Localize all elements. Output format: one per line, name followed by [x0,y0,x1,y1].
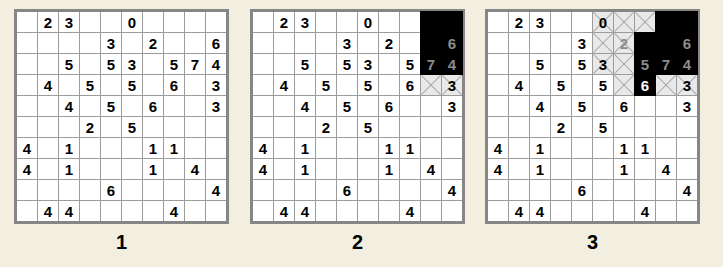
board2-cell-r4c1 [253,75,273,95]
board1-cell-r10c6 [122,201,142,221]
board3-cell-r8c2 [509,159,529,179]
clue-digit: 4 [23,162,31,177]
board1-cell-r7c7: 1 [143,138,163,158]
board1-cell-r1c8 [164,12,184,32]
board3-cell-r5c9 [656,96,676,116]
board1-cell-r1c2: 2 [38,12,58,32]
board1-cell-r2c4 [80,33,100,53]
board2-cell-r2c8 [400,33,420,53]
board3-cell-r7c9 [656,138,676,158]
board1-cell-r10c1 [17,201,37,221]
board2-cell-r1c3: 3 [295,12,315,32]
board-1-grid: 230326553574455634563254111411464444 [14,9,229,224]
board3-cell-r6c7 [614,117,634,137]
board2-cell-r6c10 [442,117,462,137]
board2-cell-r2c2 [274,33,294,53]
board3-cell-r5c4 [551,96,571,116]
board3-cell-r6c2 [509,117,529,137]
board3-cell-r8c4 [551,159,571,179]
board2-cell-r6c9 [421,117,441,137]
board2-cell-r3c9: 7 [421,54,441,74]
board3-cell-r1c6: 0 [593,12,613,32]
board1-cell-r7c5 [101,138,121,158]
board3-cell-r3c1 [488,54,508,74]
clue-digit: 0 [364,15,372,30]
clue-digit: 3 [301,15,309,30]
board1-cell-r1c3: 3 [59,12,79,32]
clue-digit: 4 [448,183,456,198]
board2-cell-r2c1 [253,33,273,53]
board3-cell-r5c10: 3 [677,96,697,116]
board1-cell-r3c10: 4 [206,54,226,74]
board1-cell-r8c6 [122,159,142,179]
board2-cell-r5c6 [358,96,378,116]
board2-cell-r3c5: 5 [337,54,357,74]
board1-cell-r3c5: 5 [101,54,121,74]
board1-cell-r9c7 [143,180,163,200]
board2-cell-r7c3: 1 [295,138,315,158]
board3-cell-r4c4: 5 [551,75,571,95]
board3-cell-r9c2 [509,180,529,200]
clue-digit: 6 [343,183,351,198]
board3-cell-r2c9 [656,33,676,53]
clue-digit: 1 [641,141,649,156]
board3-cell-r1c9 [656,12,676,32]
board3-cell-r7c2 [509,138,529,158]
board1-cell-r3c2 [38,54,58,74]
board2-cell-r5c4 [316,96,336,116]
board1-cell-r4c1 [17,75,37,95]
clue-digit: 4 [191,162,199,177]
board2-cell-r7c10 [442,138,462,158]
clue-digit: 3 [343,36,351,51]
board1-cell-r8c2 [38,159,58,179]
board1-cell-r7c2 [38,138,58,158]
board1-cell-r5c10: 3 [206,96,226,116]
board2-cell-r3c4 [316,54,336,74]
board3-cell-r8c3: 1 [530,159,550,179]
clue-digit: 3 [65,15,73,30]
board3-cell-r4c7 [614,75,634,95]
clue-digit: 5 [322,78,330,93]
board1-cell-r2c6 [122,33,142,53]
clue-digit: 4 [280,78,288,93]
board1-cell-r3c4 [80,54,100,74]
clue-digit: 6 [149,99,157,114]
board1-cell-r4c6: 5 [122,75,142,95]
board2-cell-r9c8 [400,180,420,200]
board3-cell-r8c5 [572,159,592,179]
board2-cell-r10c3: 4 [295,201,315,221]
board2-cell-r3c8: 5 [400,54,420,74]
board3-cell-r9c5: 6 [572,180,592,200]
board3-cell-r5c1 [488,96,508,116]
clue-digit: 3 [448,99,456,114]
clue-digit: 6 [683,36,691,51]
clue-digit: 2 [385,36,393,51]
board2-cell-r1c9 [421,12,441,32]
clue-digit: 5 [301,57,309,72]
board2-cell-r4c2: 4 [274,75,294,95]
board1-cell-r9c4 [80,180,100,200]
board1-cell-r6c9 [185,117,205,137]
board3-cell-r4c2: 4 [509,75,529,95]
board2-cell-r4c6: 5 [358,75,378,95]
board2-cell-r2c9 [421,33,441,53]
board-1-label: 1 [14,231,229,254]
board1-cell-r1c7 [143,12,163,32]
board2-cell-r6c8 [400,117,420,137]
board1-cell-r10c3: 4 [59,201,79,221]
board1-cell-r8c9: 4 [185,159,205,179]
clue-digit: 5 [599,120,607,135]
board1-cell-r8c8 [164,159,184,179]
board2-cell-r4c3 [295,75,315,95]
board1-cell-r4c9 [185,75,205,95]
board1-cell-r3c8: 5 [164,54,184,74]
board1-cell-r5c5: 5 [101,96,121,116]
board3-cell-r6c1 [488,117,508,137]
board1-cell-r2c10: 6 [206,33,226,53]
clue-digit: 1 [301,162,309,177]
clue-digit: 5 [364,78,372,93]
board3-cell-r8c8 [635,159,655,179]
board1-cell-r8c7: 1 [143,159,163,179]
clue-digit: 5 [578,99,586,114]
board2-cell-r8c2 [274,159,294,179]
board1-cell-r9c10: 4 [206,180,226,200]
board3-cell-r1c2: 2 [509,12,529,32]
board1-cell-r10c10 [206,201,226,221]
board3-cell-r5c8 [635,96,655,116]
clue-digit: 4 [683,57,691,72]
board2-cell-r7c8: 1 [400,138,420,158]
clue-digit: 4 [406,204,414,219]
board3-cell-r1c3: 3 [530,12,550,32]
board3-cell-r4c3 [530,75,550,95]
board2-cell-r7c7: 1 [379,138,399,158]
clue-digit: 4 [494,162,502,177]
board1-cell-r5c2 [38,96,58,116]
board1-cell-r4c2: 4 [38,75,58,95]
board1-cell-r10c8: 4 [164,201,184,221]
board2-cell-r10c5 [337,201,357,221]
board3-cell-r9c3 [530,180,550,200]
board2-cell-r6c1 [253,117,273,137]
board2-cell-r9c9 [421,180,441,200]
board2-cell-r9c4 [316,180,336,200]
board1-cell-r9c8 [164,180,184,200]
clue-digit: 3 [448,78,456,93]
clue-digit: 6 [385,99,393,114]
board3-cell-r8c9: 4 [656,159,676,179]
board3-cell-r7c1: 4 [488,138,508,158]
clue-digit: 5 [578,57,586,72]
board1-cell-r6c4: 2 [80,117,100,137]
board2-cell-r8c1: 4 [253,159,273,179]
board1-cell-r7c8: 1 [164,138,184,158]
board1-cell-r4c3 [59,75,79,95]
clue-digit: 4 [515,204,523,219]
clue-digit: 5 [107,57,115,72]
board1-cell-r5c7: 6 [143,96,163,116]
board2-cell-r2c4 [316,33,336,53]
board1-cell-r4c10: 3 [206,75,226,95]
board1-cell-r4c5 [101,75,121,95]
board1-cell-r2c8 [164,33,184,53]
board1-cell-r2c3 [59,33,79,53]
board2-cell-r1c1 [253,12,273,32]
board3-cell-r5c6 [593,96,613,116]
board1-cell-r6c1 [17,117,37,137]
board1-cell-r2c1 [17,33,37,53]
clue-digit: 4 [170,204,178,219]
board3-cell-r1c1 [488,12,508,32]
board2-cell-r5c1 [253,96,273,116]
board3-cell-r4c10: 3 [677,75,697,95]
board1-cell-r4c4: 5 [80,75,100,95]
board2-cell-r5c7: 6 [379,96,399,116]
board1-cell-r6c2 [38,117,58,137]
board3-cell-r2c5: 3 [572,33,592,53]
board3-cell-r10c4 [551,201,571,221]
board3-cell-r10c7 [614,201,634,221]
board1-cell-r3c3: 5 [59,54,79,74]
board2-cell-r8c7: 1 [379,159,399,179]
board2-cell-r8c3: 1 [295,159,315,179]
board3-cell-r6c6: 5 [593,117,613,137]
clue-digit: 1 [301,141,309,156]
board-2-grid: 230326553574455634563254111411464444 [250,9,465,224]
board1-cell-r8c10 [206,159,226,179]
board2-cell-r1c5 [337,12,357,32]
board2-cell-r8c4 [316,159,336,179]
board2-cell-r9c2 [274,180,294,200]
clue-digit: 4 [427,162,435,177]
board2-cell-r6c2 [274,117,294,137]
clue-digit: 4 [683,183,691,198]
clue-digit: 3 [578,36,586,51]
board-3-label: 3 [485,231,700,254]
board2-cell-r5c10: 3 [442,96,462,116]
board2-cell-r7c9 [421,138,441,158]
board2-cell-r10c2: 4 [274,201,294,221]
clue-digit: 5 [170,57,178,72]
board3-cell-r8c1: 4 [488,159,508,179]
board3-cell-r9c4 [551,180,571,200]
clue-digit: 2 [620,36,628,51]
board1-cell-r9c2 [38,180,58,200]
board1-cell-r7c10 [206,138,226,158]
board2-cell-r4c8: 6 [400,75,420,95]
clue-digit: 5 [406,57,414,72]
board2-cell-r10c4 [316,201,336,221]
board3-cell-r1c7 [614,12,634,32]
board1-cell-r1c6: 0 [122,12,142,32]
board2-cell-r1c10 [442,12,462,32]
board3-cell-r10c8: 4 [635,201,655,221]
board1-cell-r9c3 [59,180,79,200]
board2-cell-r8c8 [400,159,420,179]
board1-cell-r6c6: 5 [122,117,142,137]
board1-cell-r9c9 [185,180,205,200]
clue-digit: 3 [536,15,544,30]
clue-digit: 4 [494,141,502,156]
board3-cell-r3c8: 5 [635,54,655,74]
clue-digit: 3 [107,36,115,51]
board1-cell-r6c7 [143,117,163,137]
board2-cell-r1c6: 0 [358,12,378,32]
board1-cell-r5c8 [164,96,184,116]
clue-digit: 4 [44,204,52,219]
board2-cell-r6c4: 2 [316,117,336,137]
clue-digit: 5 [641,57,649,72]
board3-cell-r3c3: 5 [530,54,550,74]
board3-cell-r7c6 [593,138,613,158]
board1-cell-r2c7: 2 [143,33,163,53]
board3-cell-r4c9 [656,75,676,95]
board3-cell-r9c1 [488,180,508,200]
board1-cell-r7c9 [185,138,205,158]
board1-cell-r5c9 [185,96,205,116]
clue-digit: 5 [343,57,351,72]
board2-cell-r3c3: 5 [295,54,315,74]
board2-cell-r2c3 [295,33,315,53]
clue-digit: 4 [212,57,220,72]
board1-cell-r10c9 [185,201,205,221]
clue-digit: 4 [536,99,544,114]
clue-digit: 0 [599,15,607,30]
clue-digit: 6 [578,183,586,198]
board3-cell-r7c5 [572,138,592,158]
clue-digit: 4 [259,141,267,156]
board2-cell-r10c10 [442,201,462,221]
board3-cell-r5c7: 6 [614,96,634,116]
clue-digit: 6 [107,183,115,198]
board1-cell-r2c2 [38,33,58,53]
clue-digit: 5 [65,57,73,72]
board2-cell-r10c8: 4 [400,201,420,221]
board1-cell-r3c1 [17,54,37,74]
clue-digit: 5 [128,120,136,135]
clue-digit: 6 [406,78,414,93]
clue-digit: 5 [536,57,544,72]
clue-digit: 4 [515,78,523,93]
board2-cell-r2c7: 2 [379,33,399,53]
clue-digit: 5 [343,99,351,114]
board1-cell-r7c6 [122,138,142,158]
clue-digit: 2 [44,15,52,30]
board2-cell-r4c10: 3 [442,75,462,95]
board3-cell-r3c7 [614,54,634,74]
board1-cell-r10c2: 4 [38,201,58,221]
board3-cell-r1c4 [551,12,571,32]
board3-cell-r8c7: 1 [614,159,634,179]
clue-digit: 3 [683,78,691,93]
board3-cell-r4c8: 6 [635,75,655,95]
board2-cell-r5c5: 5 [337,96,357,116]
board1-cell-r2c9 [185,33,205,53]
clue-digit: 7 [427,57,435,72]
board2-cell-r7c6 [358,138,378,158]
board1-cell-r6c8 [164,117,184,137]
clue-digit: 1 [536,141,544,156]
clue-digit: 4 [259,162,267,177]
board1-cell-r5c3: 4 [59,96,79,116]
board2-cell-r9c7 [379,180,399,200]
clue-digit: 1 [65,141,73,156]
board-2-label: 2 [250,231,465,254]
clue-digit: 4 [301,99,309,114]
clue-digit: 5 [107,99,115,114]
board1-cell-r8c3: 1 [59,159,79,179]
clue-digit: 1 [385,141,393,156]
board2-cell-r7c5 [337,138,357,158]
board2-cell-r9c1 [253,180,273,200]
board1-cell-r3c6: 3 [122,54,142,74]
board1-cell-r4c7 [143,75,163,95]
board2-cell-r7c4 [316,138,336,158]
board2-cell-r6c6: 5 [358,117,378,137]
board2-cell-r5c9 [421,96,441,116]
board1-cell-r1c4 [80,12,100,32]
board2-cell-r3c1 [253,54,273,74]
board2-cell-r9c6 [358,180,378,200]
board3-cell-r2c10: 6 [677,33,697,53]
clue-digit: 4 [212,183,220,198]
board1-cell-r1c9 [185,12,205,32]
clue-digit: 4 [280,204,288,219]
board3-cell-r10c1 [488,201,508,221]
clue-digit: 3 [599,57,607,72]
clue-digit: 0 [128,15,136,30]
board3-cell-r9c8 [635,180,655,200]
board1-cell-r10c5 [101,201,121,221]
board2-cell-r3c2 [274,54,294,74]
clue-digit: 4 [44,78,52,93]
board3-cell-r9c7 [614,180,634,200]
clue-digit: 3 [364,57,372,72]
board3-cell-r1c8 [635,12,655,32]
board3-cell-r7c4 [551,138,571,158]
clue-digit: 2 [149,36,157,51]
board1-cell-r4c8: 6 [164,75,184,95]
clue-digit: 6 [212,36,220,51]
board1-cell-r6c5 [101,117,121,137]
clue-digit: 4 [301,204,309,219]
board3-cell-r2c6 [593,33,613,53]
clue-digit: 7 [662,57,670,72]
board3-cell-r8c6 [593,159,613,179]
board2-cell-r1c8 [400,12,420,32]
clue-digit: 7 [191,57,199,72]
board3-cell-r6c3 [530,117,550,137]
board3-cell-r3c9: 7 [656,54,676,74]
board3-cell-r8c10 [677,159,697,179]
clue-digit: 1 [406,141,414,156]
board3-cell-r3c10: 4 [677,54,697,74]
clue-digit: 3 [683,99,691,114]
board-3: 230326553574455634563254111411464444 3 [485,9,700,254]
clue-digit: 1 [149,162,157,177]
board3-cell-r7c7: 1 [614,138,634,158]
board2-cell-r3c10: 4 [442,54,462,74]
board2-cell-r7c1: 4 [253,138,273,158]
clue-digit: 4 [65,204,73,219]
board3-cell-r9c9 [656,180,676,200]
clue-digit: 2 [322,120,330,135]
board3-cell-r5c5: 5 [572,96,592,116]
